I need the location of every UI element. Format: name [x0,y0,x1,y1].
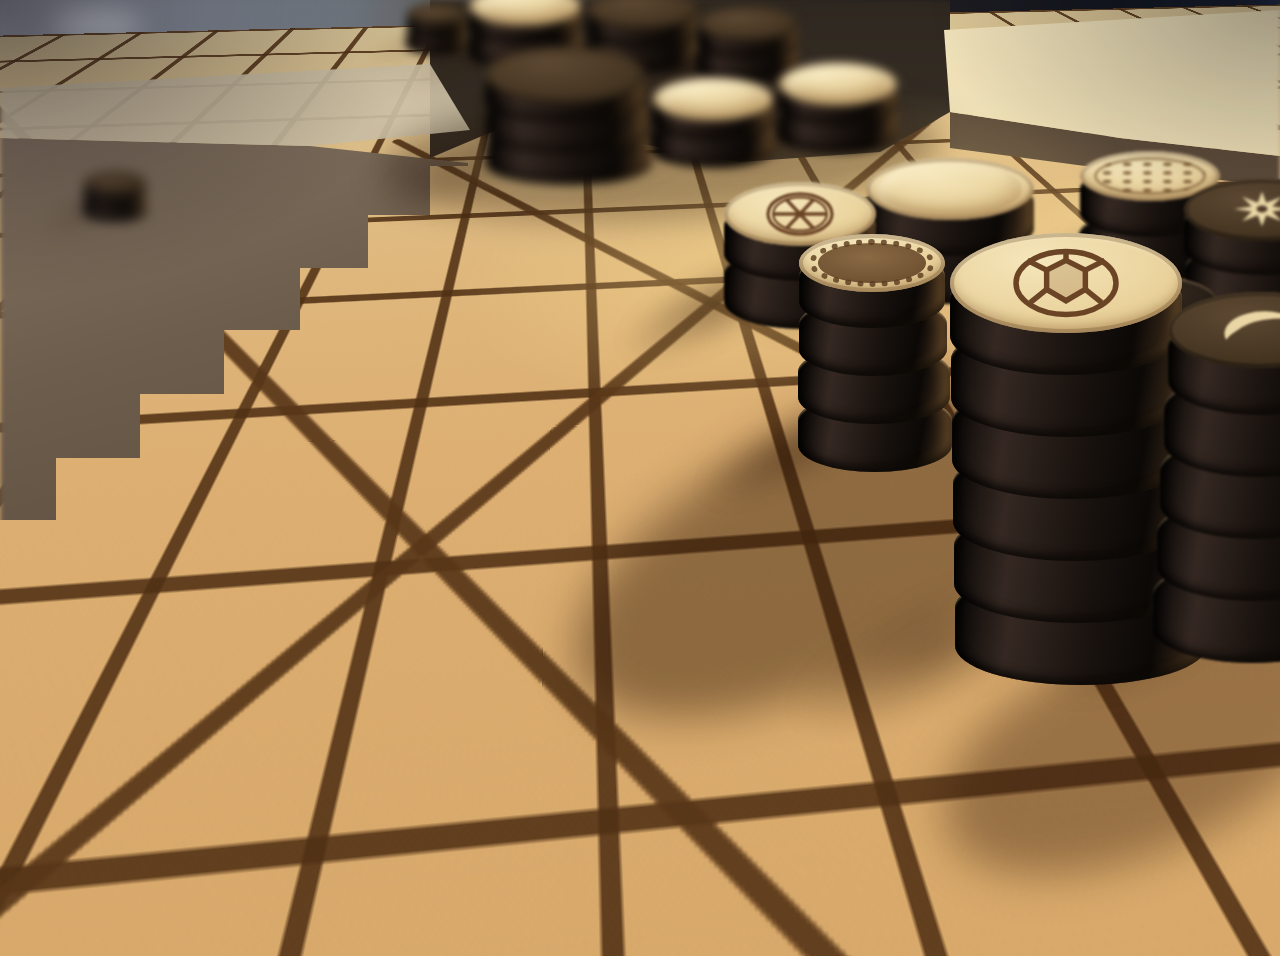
piece-top-plainlight[interactable] [653,77,773,121]
board-photo-stage [0,0,1280,956]
piece-top-dark[interactable] [84,171,146,195]
piece-stack-crescent-tall[interactable] [1148,286,1280,684]
piece-stack-far-left-small[interactable] [64,165,166,233]
piece-top-plainlight[interactable] [779,62,897,106]
piece-top-dark[interactable] [698,6,798,42]
piece-stacks-layer [0,0,1280,956]
piece-top-dark[interactable] [485,46,645,104]
piece-top-laurel[interactable] [799,234,945,292]
